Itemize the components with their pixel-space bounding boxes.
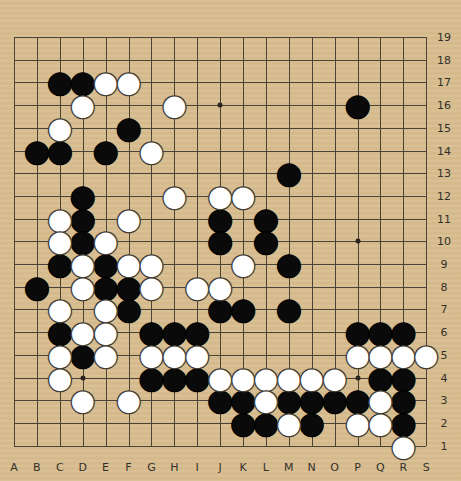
white-stone: ● xyxy=(208,184,232,208)
black-stone: ● xyxy=(277,252,301,276)
white-stone: ● xyxy=(231,252,255,276)
white-stone: ● xyxy=(48,116,72,140)
row-label: 6 xyxy=(441,326,448,339)
column-label: D xyxy=(78,461,86,474)
column-label: G xyxy=(147,461,156,474)
white-stone: ● xyxy=(71,388,95,412)
white-stone: ● xyxy=(208,366,232,390)
black-stone: ● xyxy=(300,411,324,435)
black-stone: ● xyxy=(25,139,49,163)
black-stone: ● xyxy=(277,297,301,321)
column-label: S xyxy=(423,461,430,474)
row-label: 2 xyxy=(441,416,448,429)
row-label: 5 xyxy=(441,348,448,361)
white-stone: ● xyxy=(368,343,392,367)
white-stone: ● xyxy=(368,411,392,435)
row-label: 12 xyxy=(437,189,451,202)
column-label: E xyxy=(102,461,109,474)
column-label: C xyxy=(56,461,64,474)
row-label: 9 xyxy=(441,258,448,271)
white-stone: ● xyxy=(300,366,324,390)
white-stone: ● xyxy=(94,229,118,253)
white-stone: ● xyxy=(231,366,255,390)
white-stone: ● xyxy=(277,366,301,390)
column-label: H xyxy=(170,461,178,474)
row-label: 11 xyxy=(437,212,451,225)
white-stone: ● xyxy=(323,366,347,390)
white-stone: ● xyxy=(391,434,415,458)
row-label: 19 xyxy=(437,31,451,44)
white-stone: ● xyxy=(117,207,141,231)
white-stone: ● xyxy=(139,343,163,367)
column-label: I xyxy=(196,461,199,474)
grid-line-horizontal xyxy=(14,446,426,447)
white-stone: ● xyxy=(48,229,72,253)
column-label: K xyxy=(239,461,246,474)
white-stone: ● xyxy=(391,343,415,367)
row-label: 15 xyxy=(437,121,451,134)
row-label: 16 xyxy=(437,99,451,112)
column-label: Q xyxy=(376,461,385,474)
row-label: 14 xyxy=(437,144,451,157)
black-stone: ● xyxy=(231,411,255,435)
hoshi-point xyxy=(355,239,360,244)
column-label: M xyxy=(284,461,294,474)
white-stone: ● xyxy=(185,275,209,299)
row-label: 3 xyxy=(441,394,448,407)
white-stone: ● xyxy=(71,275,95,299)
go-board[interactable]: ●●●●●●●●●●●●●●●●●●●●●●●●●●●●●●●●●●●●●●●●… xyxy=(0,0,461,481)
black-stone: ● xyxy=(231,297,255,321)
hoshi-point xyxy=(355,375,360,380)
white-stone: ● xyxy=(94,343,118,367)
white-stone: ● xyxy=(48,297,72,321)
white-stone: ● xyxy=(254,388,278,412)
row-label: 17 xyxy=(437,76,451,89)
white-stone: ● xyxy=(414,343,438,367)
white-stone: ● xyxy=(346,411,370,435)
hoshi-point xyxy=(80,375,85,380)
hoshi-point xyxy=(218,103,223,108)
black-stone: ● xyxy=(254,229,278,253)
white-stone: ● xyxy=(117,70,141,94)
column-label: P xyxy=(354,461,361,474)
white-stone: ● xyxy=(94,70,118,94)
column-label: O xyxy=(330,461,339,474)
white-stone: ● xyxy=(231,184,255,208)
black-stone: ● xyxy=(117,116,141,140)
row-label: 10 xyxy=(437,235,451,248)
row-label: 7 xyxy=(441,303,448,316)
column-label: F xyxy=(125,461,131,474)
column-label: J xyxy=(218,461,221,474)
column-label: B xyxy=(33,461,41,474)
white-stone: ● xyxy=(162,184,186,208)
black-stone: ● xyxy=(346,93,370,117)
white-stone: ● xyxy=(71,93,95,117)
column-label: L xyxy=(263,461,269,474)
white-stone: ● xyxy=(162,343,186,367)
white-stone: ● xyxy=(346,343,370,367)
column-label: N xyxy=(308,461,316,474)
black-stone: ● xyxy=(277,161,301,185)
white-stone: ● xyxy=(277,411,301,435)
row-label: 4 xyxy=(441,371,448,384)
white-stone: ● xyxy=(117,388,141,412)
white-stone: ● xyxy=(162,93,186,117)
white-stone: ● xyxy=(117,252,141,276)
white-stone: ● xyxy=(185,343,209,367)
black-stone: ● xyxy=(117,297,141,321)
row-label: 8 xyxy=(441,280,448,293)
black-stone: ● xyxy=(94,139,118,163)
white-stone: ● xyxy=(48,366,72,390)
black-stone: ● xyxy=(208,229,232,253)
white-stone: ● xyxy=(71,320,95,344)
column-label: R xyxy=(399,461,407,474)
black-stone: ● xyxy=(25,275,49,299)
row-label: 18 xyxy=(437,53,451,66)
black-stone: ● xyxy=(48,70,72,94)
white-stone: ● xyxy=(139,275,163,299)
row-label: 13 xyxy=(437,167,451,180)
row-label: 1 xyxy=(441,439,448,452)
column-label: A xyxy=(10,461,18,474)
white-stone: ● xyxy=(208,275,232,299)
grid-line-vertical xyxy=(426,37,427,446)
white-stone: ● xyxy=(139,139,163,163)
